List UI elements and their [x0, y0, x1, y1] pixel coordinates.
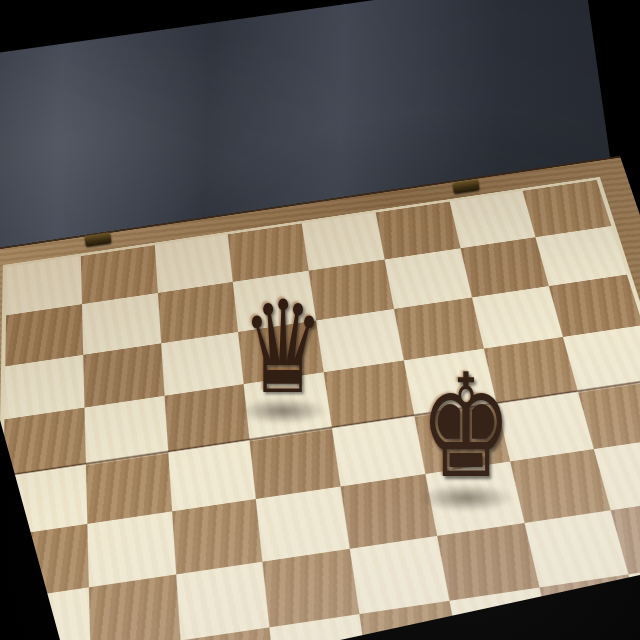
black-queen[interactable]: ♛: [237, 284, 329, 412]
photo-stage: ♛ ♚: [0, 0, 640, 640]
square-b2[interactable]: [89, 574, 180, 640]
black-king[interactable]: ♚: [418, 355, 514, 498]
square-c2[interactable]: [176, 561, 270, 640]
